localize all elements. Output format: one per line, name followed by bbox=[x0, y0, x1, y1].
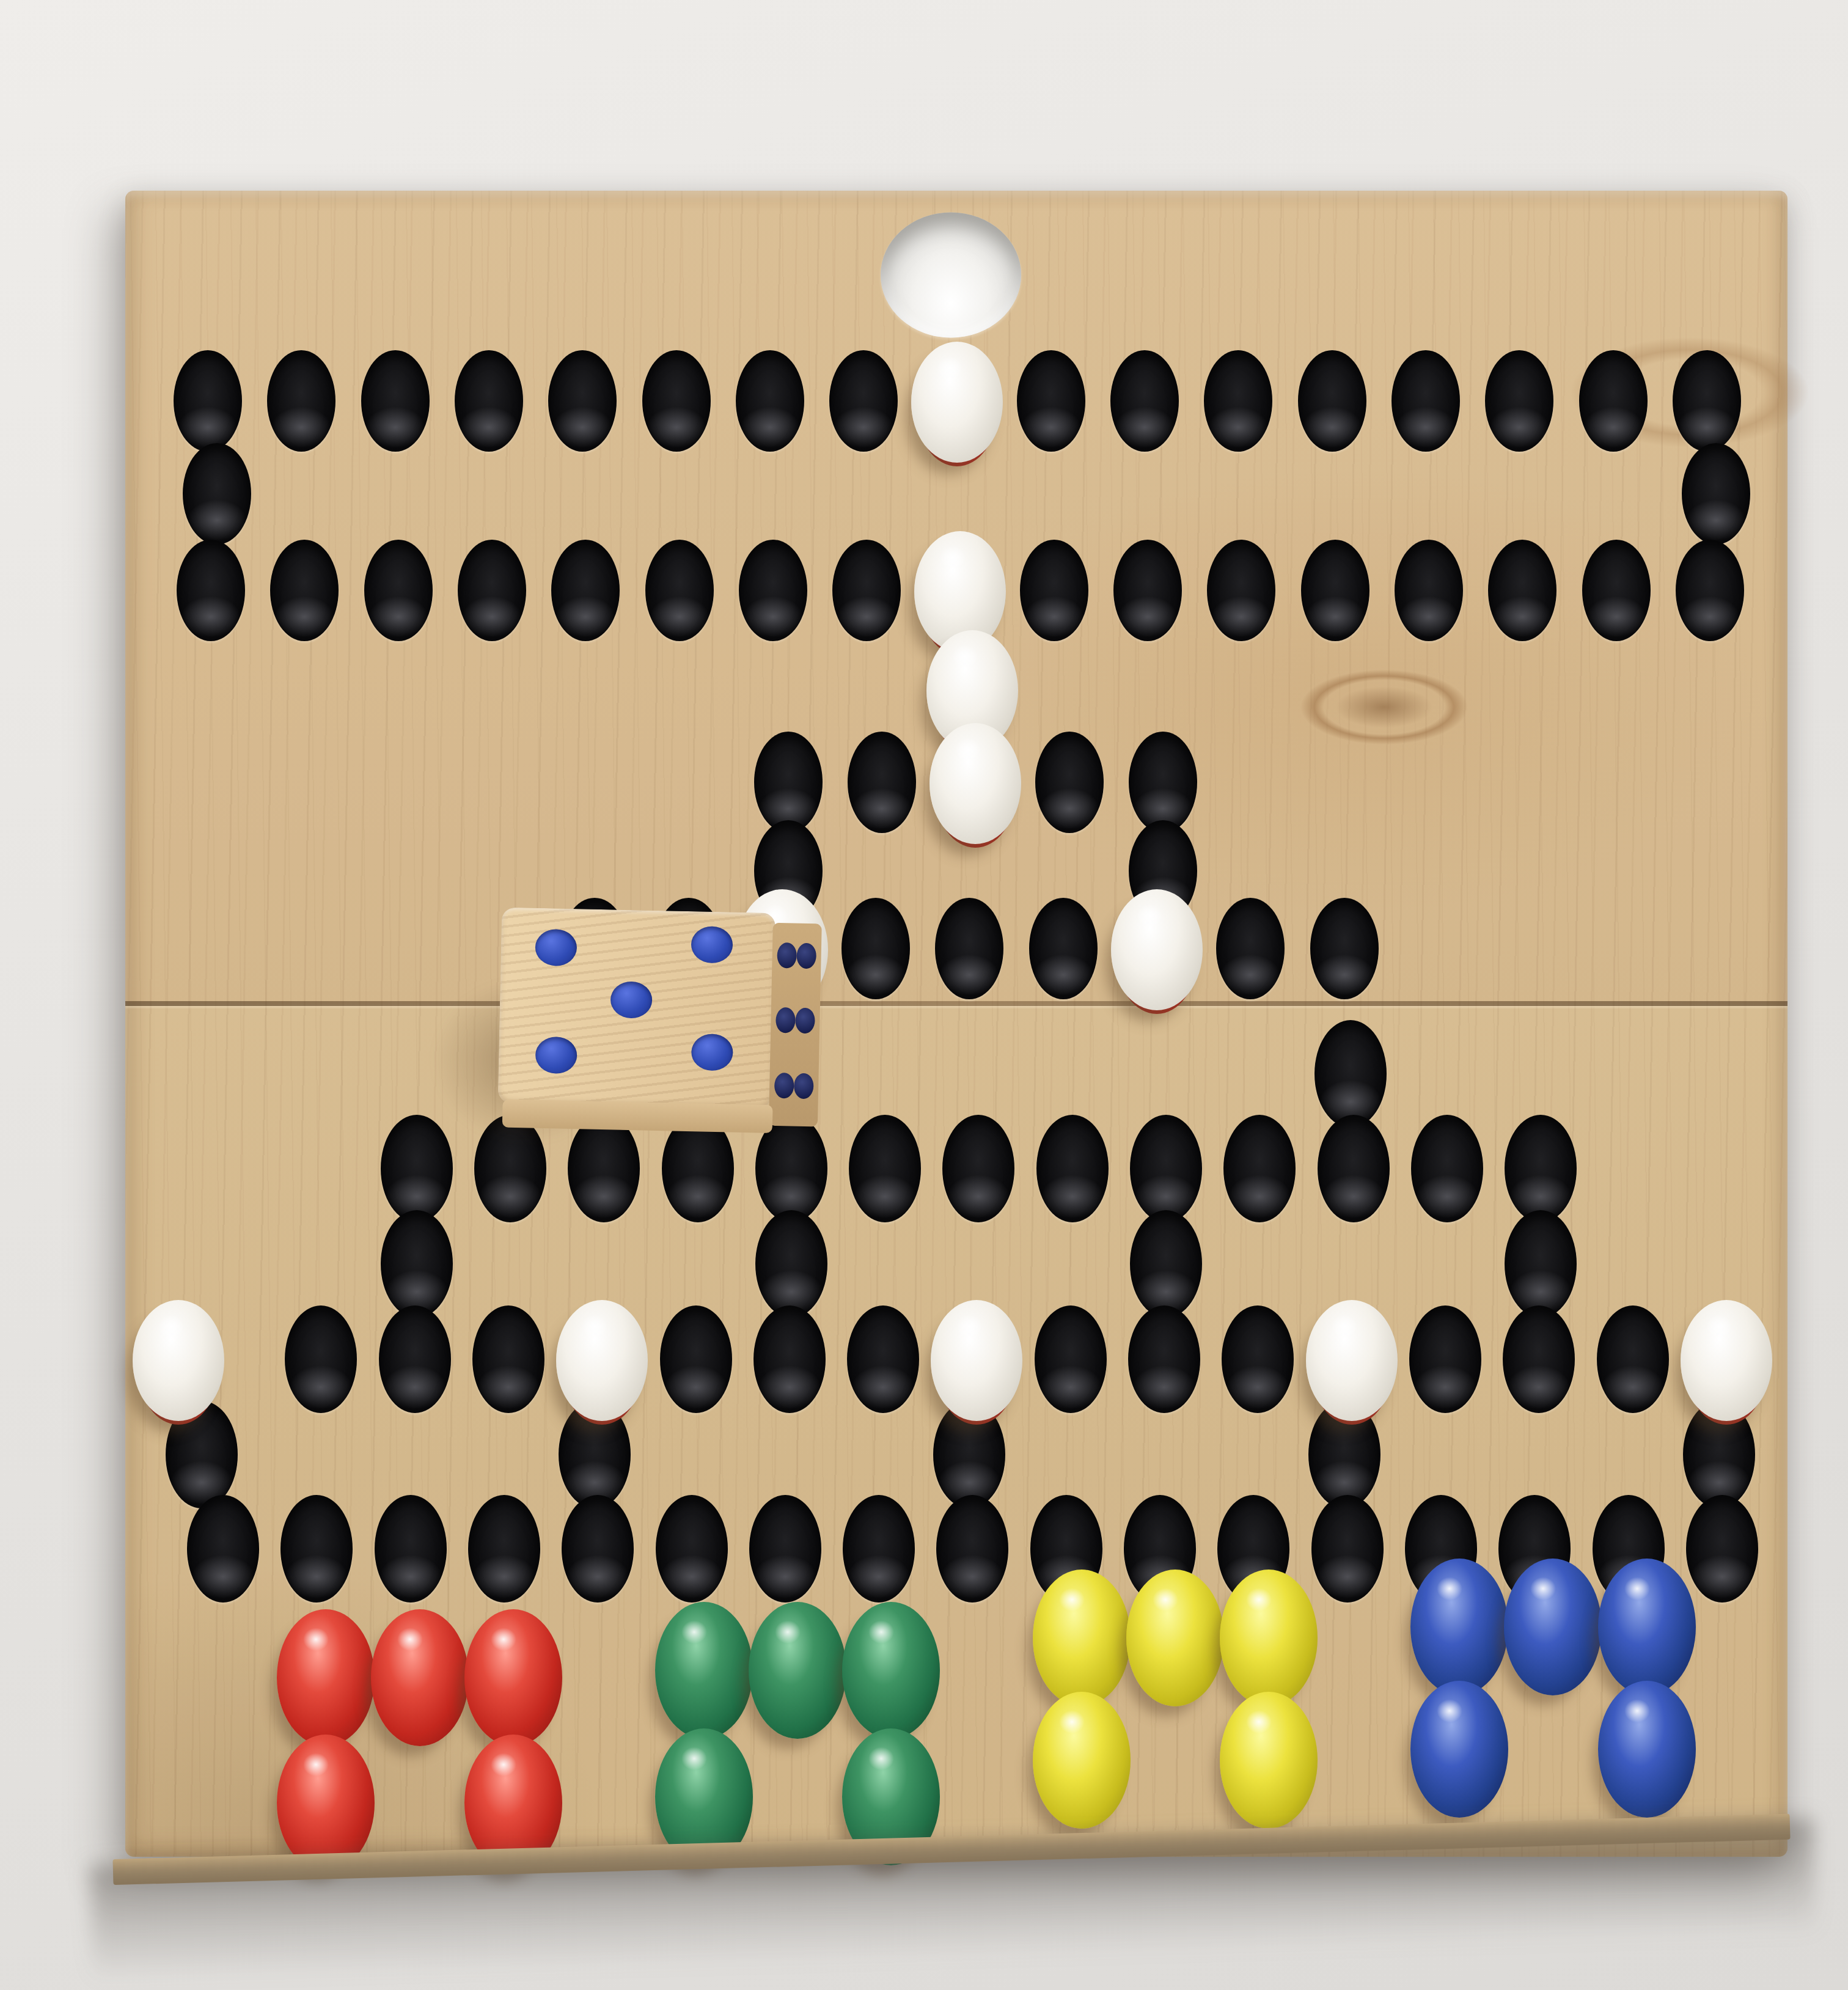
board-hole[interactable] bbox=[375, 1495, 447, 1603]
red-marble[interactable] bbox=[464, 1609, 562, 1746]
board-hole[interactable] bbox=[1676, 540, 1744, 641]
board-hole[interactable] bbox=[1020, 540, 1088, 641]
board-hole[interactable] bbox=[562, 1495, 634, 1603]
blue-marble[interactable] bbox=[1598, 1559, 1696, 1695]
die-pip bbox=[535, 1037, 577, 1074]
board-hole[interactable] bbox=[1503, 1305, 1575, 1413]
yellow-marble[interactable] bbox=[1033, 1692, 1131, 1829]
board-hole[interactable] bbox=[829, 350, 898, 452]
board-hole[interactable] bbox=[832, 540, 901, 641]
board-hole[interactable] bbox=[645, 540, 714, 641]
board-hole[interactable] bbox=[1017, 350, 1085, 452]
blue-marble[interactable] bbox=[1410, 1559, 1508, 1695]
board-hole[interactable] bbox=[1216, 898, 1285, 999]
die-front-face bbox=[502, 1100, 773, 1133]
board-hole[interactable] bbox=[183, 443, 251, 545]
board-hole[interactable] bbox=[739, 540, 807, 641]
board-hole[interactable] bbox=[754, 732, 823, 833]
board-hole[interactable] bbox=[1130, 1115, 1202, 1222]
board-hole[interactable] bbox=[1129, 732, 1197, 833]
board-hole[interactable] bbox=[1395, 540, 1463, 641]
board-hole[interactable] bbox=[551, 540, 620, 641]
green-marble[interactable] bbox=[655, 1602, 753, 1739]
wood-knot bbox=[1320, 680, 1448, 735]
board-hole[interactable] bbox=[755, 1210, 827, 1318]
white-barricade-marble[interactable] bbox=[911, 342, 1003, 463]
die-side-pip bbox=[776, 1007, 796, 1034]
board-hole[interactable] bbox=[1298, 350, 1366, 452]
board-hole[interactable] bbox=[847, 1305, 919, 1413]
die-side-face bbox=[769, 923, 822, 1127]
board-hole[interactable] bbox=[660, 1305, 732, 1413]
board-hole[interactable] bbox=[1130, 1210, 1202, 1318]
board-hole[interactable] bbox=[1682, 443, 1750, 545]
yellow-marble[interactable] bbox=[1220, 1570, 1318, 1706]
board-hole[interactable] bbox=[1673, 350, 1741, 452]
board-hole[interactable] bbox=[1223, 1115, 1296, 1222]
die-side-pip bbox=[774, 1073, 794, 1099]
board-hole[interactable] bbox=[736, 350, 804, 452]
white-barricade-marble[interactable] bbox=[556, 1300, 648, 1421]
board-hole[interactable] bbox=[455, 350, 523, 452]
board-hole[interactable] bbox=[458, 540, 526, 641]
board-hole[interactable] bbox=[935, 898, 1003, 999]
board-hole[interactable] bbox=[285, 1305, 357, 1413]
board-hole[interactable] bbox=[849, 1115, 921, 1222]
board-hole[interactable] bbox=[1409, 1305, 1481, 1413]
die-pip bbox=[610, 981, 653, 1018]
board-hole[interactable] bbox=[177, 540, 245, 641]
board-hole[interactable] bbox=[548, 350, 617, 452]
board-hole[interactable] bbox=[472, 1305, 544, 1413]
board-hole[interactable] bbox=[361, 350, 430, 452]
yellow-marble[interactable] bbox=[1126, 1570, 1224, 1706]
board-hole[interactable] bbox=[936, 1495, 1008, 1603]
goal-recess[interactable] bbox=[881, 213, 1021, 338]
board-hole[interactable] bbox=[1391, 350, 1460, 452]
board-hole[interactable] bbox=[848, 732, 916, 833]
die-side-pip bbox=[794, 1073, 814, 1099]
board-hole[interactable] bbox=[1485, 350, 1553, 452]
board-hole[interactable] bbox=[1301, 540, 1369, 641]
board-hole[interactable] bbox=[1488, 540, 1557, 641]
board-hole[interactable] bbox=[843, 1495, 915, 1603]
white-barricade-marble[interactable] bbox=[1681, 1300, 1772, 1421]
board-hole[interactable] bbox=[1505, 1115, 1577, 1222]
board-hole[interactable] bbox=[1505, 1210, 1577, 1318]
blue-marble[interactable] bbox=[1410, 1681, 1508, 1818]
yellow-marble[interactable] bbox=[1220, 1692, 1318, 1829]
board-hole[interactable] bbox=[267, 350, 335, 452]
blue-marble[interactable] bbox=[1598, 1681, 1696, 1818]
white-barricade-marble[interactable] bbox=[930, 723, 1021, 844]
white-barricade-marble[interactable] bbox=[133, 1300, 224, 1421]
board-hole[interactable] bbox=[1029, 898, 1098, 999]
white-barricade-marble[interactable] bbox=[1111, 889, 1203, 1010]
malefiz-board bbox=[125, 191, 1788, 1857]
red-marble[interactable] bbox=[277, 1735, 375, 1871]
red-marble[interactable] bbox=[277, 1609, 375, 1746]
red-marble[interactable] bbox=[371, 1609, 469, 1746]
board-hole[interactable] bbox=[1411, 1115, 1483, 1222]
board-hinge-seam bbox=[125, 1001, 1788, 1006]
board-hole[interactable] bbox=[174, 350, 242, 452]
board-hole[interactable] bbox=[1035, 732, 1104, 833]
board-hole[interactable] bbox=[1310, 898, 1379, 999]
die-side-pip bbox=[777, 942, 797, 969]
white-barricade-marble[interactable] bbox=[1306, 1300, 1398, 1421]
board-hole[interactable] bbox=[1314, 1020, 1387, 1128]
die-pip bbox=[535, 929, 577, 966]
die-side-pip bbox=[795, 1008, 815, 1034]
board-hole[interactable] bbox=[270, 540, 339, 641]
green-marble[interactable] bbox=[749, 1602, 846, 1739]
board-hole[interactable] bbox=[381, 1210, 453, 1318]
board-hole[interactable] bbox=[280, 1495, 353, 1603]
board-hole[interactable] bbox=[468, 1495, 540, 1603]
board-hole[interactable] bbox=[1582, 540, 1651, 641]
die-top-face bbox=[498, 908, 776, 1109]
board-hole[interactable] bbox=[656, 1495, 728, 1603]
white-barricade-marble[interactable] bbox=[931, 1300, 1022, 1421]
wood-knot bbox=[1268, 655, 1500, 759]
board-hole[interactable] bbox=[364, 540, 433, 641]
board-hole[interactable] bbox=[379, 1305, 451, 1413]
board-hole[interactable] bbox=[1036, 1115, 1109, 1222]
board-hole[interactable] bbox=[1318, 1115, 1390, 1222]
board-hole[interactable] bbox=[1686, 1495, 1758, 1603]
yellow-marble[interactable] bbox=[1033, 1570, 1131, 1706]
board-hole[interactable] bbox=[1579, 350, 1648, 452]
die[interactable] bbox=[497, 901, 823, 1165]
blue-marble[interactable] bbox=[1504, 1559, 1602, 1695]
board-hole[interactable] bbox=[642, 350, 711, 452]
board-hole[interactable] bbox=[1110, 350, 1179, 452]
board-hole[interactable] bbox=[1128, 1305, 1200, 1413]
board-hole[interactable] bbox=[1311, 1495, 1384, 1603]
board-hole[interactable] bbox=[187, 1495, 259, 1603]
board-hole[interactable] bbox=[1113, 540, 1182, 641]
green-marble[interactable] bbox=[842, 1602, 940, 1739]
die-pip bbox=[691, 1034, 733, 1071]
board-hole[interactable] bbox=[1035, 1305, 1107, 1413]
board-hole[interactable] bbox=[749, 1495, 821, 1603]
board-hole[interactable] bbox=[842, 898, 910, 999]
board-hole[interactable] bbox=[942, 1115, 1014, 1222]
board-hole[interactable] bbox=[1597, 1305, 1669, 1413]
board-hole[interactable] bbox=[1207, 540, 1275, 641]
board-hole[interactable] bbox=[1222, 1305, 1294, 1413]
board-hole[interactable] bbox=[1204, 350, 1272, 452]
die-pip bbox=[691, 926, 733, 963]
board-hole[interactable] bbox=[754, 1305, 826, 1413]
die-side-pip bbox=[796, 943, 816, 969]
